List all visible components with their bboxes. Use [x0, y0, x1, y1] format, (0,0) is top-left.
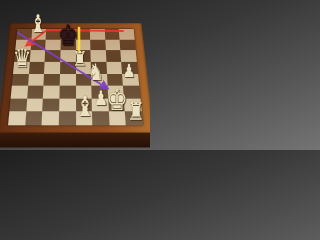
white-king-g1[interactable]: ♚	[106, 85, 128, 115]
white-queen-a4[interactable]: ♛	[13, 45, 32, 71]
white-bishop-e1[interactable]: ♝	[75, 93, 95, 121]
white-knight-f3[interactable]: ♞	[88, 61, 105, 84]
board-overlay: ♝♚♛♜♞♟♟♚♝♜	[0, 0, 150, 150]
white-pawn-h3[interactable]: ♟	[123, 62, 136, 80]
white-rook-e4[interactable]: ♜	[72, 49, 87, 70]
white-rook-h1[interactable]: ♜	[127, 99, 145, 124]
white-bishop-b8[interactable]: ♝	[29, 12, 46, 36]
